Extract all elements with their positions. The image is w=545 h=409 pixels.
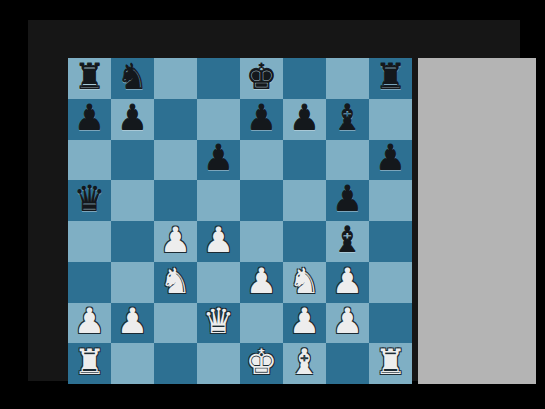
square-b5[interactable] — [111, 180, 154, 221]
square-g1[interactable] — [326, 343, 369, 384]
square-h1[interactable]: ♜ — [369, 343, 412, 384]
square-d2[interactable]: ♛ — [197, 303, 240, 344]
square-g4[interactable]: ♝ — [326, 221, 369, 262]
white-pawn[interactable]: ♟ — [332, 304, 363, 339]
white-pawn[interactable]: ♟ — [160, 223, 191, 258]
square-a2[interactable]: ♟ — [68, 303, 111, 344]
square-a4[interactable] — [68, 221, 111, 262]
square-f3[interactable]: ♞ — [283, 262, 326, 303]
square-h8[interactable]: ♜ — [369, 58, 412, 99]
black-king[interactable]: ♚ — [246, 60, 277, 95]
square-a7[interactable]: ♟ — [68, 99, 111, 140]
black-pawn[interactable]: ♟ — [289, 101, 320, 136]
square-d4[interactable]: ♟ — [197, 221, 240, 262]
white-pawn[interactable]: ♟ — [117, 304, 148, 339]
black-pawn[interactable]: ♟ — [246, 101, 277, 136]
square-h7[interactable] — [369, 99, 412, 140]
white-pawn[interactable]: ♟ — [246, 264, 277, 299]
white-bishop[interactable]: ♝ — [289, 345, 320, 380]
square-c8[interactable] — [154, 58, 197, 99]
square-c4[interactable]: ♟ — [154, 221, 197, 262]
black-pawn[interactable]: ♟ — [203, 141, 234, 176]
square-f6[interactable] — [283, 140, 326, 181]
square-c5[interactable] — [154, 180, 197, 221]
square-e3[interactable]: ♟ — [240, 262, 283, 303]
square-f8[interactable] — [283, 58, 326, 99]
square-h2[interactable] — [369, 303, 412, 344]
square-d1[interactable] — [197, 343, 240, 384]
white-rook[interactable]: ♜ — [74, 345, 105, 380]
square-c3[interactable]: ♞ — [154, 262, 197, 303]
square-b4[interactable] — [111, 221, 154, 262]
square-e4[interactable] — [240, 221, 283, 262]
square-c2[interactable] — [154, 303, 197, 344]
square-d8[interactable] — [197, 58, 240, 99]
square-f2[interactable]: ♟ — [283, 303, 326, 344]
square-c1[interactable] — [154, 343, 197, 384]
square-d5[interactable] — [197, 180, 240, 221]
white-rook[interactable]: ♜ — [375, 345, 406, 380]
square-e1[interactable]: ♚ — [240, 343, 283, 384]
square-b6[interactable] — [111, 140, 154, 181]
square-a8[interactable]: ♜ — [68, 58, 111, 99]
app-window: ♜♞♚♜♟♟♟♟♝♟♟♛♟♟♟♝♞♟♞♟♟♟♛♟♟♜♚♝♜ — [28, 20, 520, 381]
square-e2[interactable] — [240, 303, 283, 344]
white-pawn[interactable]: ♟ — [289, 304, 320, 339]
black-rook[interactable]: ♜ — [74, 60, 105, 95]
square-g3[interactable]: ♟ — [326, 262, 369, 303]
white-king[interactable]: ♚ — [246, 345, 277, 380]
square-a6[interactable] — [68, 140, 111, 181]
square-a1[interactable]: ♜ — [68, 343, 111, 384]
black-knight[interactable]: ♞ — [117, 60, 148, 95]
square-f7[interactable]: ♟ — [283, 99, 326, 140]
square-e7[interactable]: ♟ — [240, 99, 283, 140]
square-g5[interactable]: ♟ — [326, 180, 369, 221]
square-a3[interactable] — [68, 262, 111, 303]
square-f1[interactable]: ♝ — [283, 343, 326, 384]
square-b1[interactable] — [111, 343, 154, 384]
white-queen[interactable]: ♛ — [203, 304, 234, 339]
black-pawn[interactable]: ♟ — [332, 182, 363, 217]
square-c6[interactable] — [154, 140, 197, 181]
square-h6[interactable]: ♟ — [369, 140, 412, 181]
side-panel — [418, 58, 536, 384]
square-b8[interactable]: ♞ — [111, 58, 154, 99]
square-a5[interactable]: ♛ — [68, 180, 111, 221]
square-b7[interactable]: ♟ — [111, 99, 154, 140]
square-g8[interactable] — [326, 58, 369, 99]
white-pawn[interactable]: ♟ — [74, 304, 105, 339]
white-pawn[interactable]: ♟ — [332, 264, 363, 299]
square-b2[interactable]: ♟ — [111, 303, 154, 344]
white-knight[interactable]: ♞ — [160, 264, 191, 299]
square-b3[interactable] — [111, 262, 154, 303]
square-g2[interactable]: ♟ — [326, 303, 369, 344]
square-e8[interactable]: ♚ — [240, 58, 283, 99]
square-d3[interactable] — [197, 262, 240, 303]
square-h5[interactable] — [369, 180, 412, 221]
square-h4[interactable] — [369, 221, 412, 262]
square-g7[interactable]: ♝ — [326, 99, 369, 140]
black-queen[interactable]: ♛ — [74, 182, 105, 217]
square-d7[interactable] — [197, 99, 240, 140]
black-pawn[interactable]: ♟ — [375, 141, 406, 176]
white-pawn[interactable]: ♟ — [203, 223, 234, 258]
square-d6[interactable]: ♟ — [197, 140, 240, 181]
square-e5[interactable] — [240, 180, 283, 221]
square-h3[interactable] — [369, 262, 412, 303]
black-pawn[interactable]: ♟ — [74, 101, 105, 136]
chess-board: ♜♞♚♜♟♟♟♟♝♟♟♛♟♟♟♝♞♟♞♟♟♟♛♟♟♜♚♝♜ — [68, 58, 412, 384]
square-c7[interactable] — [154, 99, 197, 140]
black-bishop[interactable]: ♝ — [332, 223, 363, 258]
black-pawn[interactable]: ♟ — [117, 101, 148, 136]
black-rook[interactable]: ♜ — [375, 60, 406, 95]
square-e6[interactable] — [240, 140, 283, 181]
square-g6[interactable] — [326, 140, 369, 181]
square-f5[interactable] — [283, 180, 326, 221]
white-knight[interactable]: ♞ — [289, 264, 320, 299]
square-f4[interactable] — [283, 221, 326, 262]
black-bishop[interactable]: ♝ — [332, 101, 363, 136]
